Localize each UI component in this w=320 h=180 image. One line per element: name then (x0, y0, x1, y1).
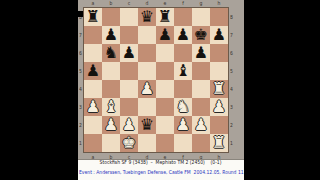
square-g1[interactable] (192, 134, 210, 152)
rank-label-6: 6 (78, 44, 83, 62)
square-a3[interactable]: ♟ (84, 98, 102, 116)
square-d5[interactable] (138, 62, 156, 80)
rank-label-4: 4 (78, 80, 83, 98)
square-f1[interactable] (174, 134, 192, 152)
file-label-h: h (210, 1, 228, 6)
piece-white-rook[interactable]: ♜ (212, 134, 226, 152)
square-h1[interactable]: ♜ (210, 134, 228, 152)
rank-label-6: 6 (229, 44, 234, 62)
square-f5[interactable]: ♝ (174, 62, 192, 80)
piece-white-pawn[interactable]: ♟ (86, 98, 100, 116)
square-d6[interactable] (138, 44, 156, 62)
rank-labels-right: 87654321 (229, 8, 234, 152)
square-c2[interactable]: ♟ (120, 116, 138, 134)
square-a4[interactable] (84, 80, 102, 98)
square-d3[interactable] (138, 98, 156, 116)
piece-black-pawn[interactable]: ♟ (158, 26, 172, 44)
piece-black-king[interactable]: ♚ (194, 26, 208, 44)
players-result-line: Stockfish SF 9 (3438) – Mephisto TM 2 (2… (78, 160, 243, 165)
square-c5[interactable] (120, 62, 138, 80)
square-b3[interactable]: ♝ (102, 98, 120, 116)
square-e4[interactable] (156, 80, 174, 98)
piece-white-pawn[interactable]: ♟ (140, 80, 154, 98)
chess-board: ♜♛♜♟♟♟♚♟♞♟♟♟♝♟♜♟♝♞♟♟♟♛♟♟♚♜ (84, 8, 228, 152)
square-g8[interactable] (192, 8, 210, 26)
square-g6[interactable]: ♟ (192, 44, 210, 62)
piece-white-pawn[interactable]: ♟ (104, 116, 118, 134)
square-g4[interactable] (192, 80, 210, 98)
square-h5[interactable] (210, 62, 228, 80)
chess-gui-window: abcdefgh 87654321 ♜♛♜♟♟♟♚♟♞♟♟♟♝♟♜♟♝♞♟♟♟♛… (78, 0, 244, 180)
square-f2[interactable]: ♟ (174, 116, 192, 134)
piece-white-pawn[interactable]: ♟ (212, 98, 226, 116)
piece-black-rook[interactable]: ♜ (86, 8, 100, 26)
square-f8[interactable] (174, 8, 192, 26)
square-f4[interactable] (174, 80, 192, 98)
square-g5[interactable] (192, 62, 210, 80)
square-h3[interactable]: ♟ (210, 98, 228, 116)
square-c8[interactable] (120, 8, 138, 26)
square-g3[interactable] (192, 98, 210, 116)
rank-labels-left: 87654321 (78, 8, 83, 152)
piece-white-bishop[interactable]: ♝ (104, 98, 118, 116)
rank-label-5: 5 (229, 62, 234, 80)
square-f6[interactable] (174, 44, 192, 62)
piece-black-pawn[interactable]: ♟ (194, 44, 208, 62)
square-e6[interactable] (156, 44, 174, 62)
piece-black-pawn[interactable]: ♟ (176, 26, 190, 44)
video-frame: abcdefgh 87654321 ♜♛♜♟♟♟♚♟♞♟♟♟♝♟♜♟♝♞♟♟♟♛… (0, 0, 320, 180)
piece-white-pawn[interactable]: ♟ (122, 116, 136, 134)
piece-black-queen[interactable]: ♛ (140, 116, 154, 134)
file-label-d: d (138, 1, 156, 6)
piece-white-rook[interactable]: ♜ (212, 80, 226, 98)
game-info-panel: Stockfish SF 9 (3438) – Mephisto TM 2 (2… (78, 159, 244, 180)
piece-black-pawn[interactable]: ♟ (86, 62, 100, 80)
square-h4[interactable]: ♜ (210, 80, 228, 98)
square-g7[interactable]: ♚ (192, 26, 210, 44)
piece-white-pawn[interactable]: ♟ (194, 116, 208, 134)
square-b4[interactable] (102, 80, 120, 98)
square-d8[interactable]: ♛ (138, 8, 156, 26)
square-b8[interactable] (102, 8, 120, 26)
square-b7[interactable]: ♟ (102, 26, 120, 44)
file-label-f: f (174, 1, 192, 6)
square-c1[interactable]: ♚ (120, 134, 138, 152)
piece-black-pawn[interactable]: ♟ (122, 44, 136, 62)
square-h7[interactable]: ♟ (210, 26, 228, 44)
square-d1[interactable] (138, 134, 156, 152)
rank-label-2: 2 (229, 116, 234, 134)
piece-black-queen[interactable]: ♛ (140, 8, 154, 26)
square-b2[interactable]: ♟ (102, 116, 120, 134)
file-label-c: c (120, 1, 138, 6)
rank-label-7: 7 (78, 26, 83, 44)
square-c4[interactable] (120, 80, 138, 98)
rank-label-1: 1 (78, 134, 83, 152)
square-d2[interactable]: ♛ (138, 116, 156, 134)
rank-label-3: 3 (78, 98, 83, 116)
square-f3[interactable]: ♞ (174, 98, 192, 116)
square-e3[interactable] (156, 98, 174, 116)
rank-label-5: 5 (78, 62, 83, 80)
file-label-b: b (102, 1, 120, 6)
square-e8[interactable]: ♜ (156, 8, 174, 26)
piece-black-pawn[interactable]: ♟ (104, 26, 118, 44)
square-b5[interactable] (102, 62, 120, 80)
rank-label-8: 8 (229, 8, 234, 26)
piece-black-pawn[interactable]: ♟ (212, 26, 226, 44)
piece-white-pawn[interactable]: ♟ (176, 116, 190, 134)
piece-black-bishop[interactable]: ♝ (176, 62, 190, 80)
square-e2[interactable] (156, 116, 174, 134)
square-c3[interactable] (120, 98, 138, 116)
rank-label-4: 4 (229, 80, 234, 98)
square-f7[interactable]: ♟ (174, 26, 192, 44)
file-label-a: a (84, 1, 102, 6)
piece-black-knight[interactable]: ♞ (104, 44, 118, 62)
square-a6[interactable] (84, 44, 102, 62)
piece-white-king[interactable]: ♚ (122, 134, 136, 152)
square-h6[interactable] (210, 44, 228, 62)
piece-white-knight[interactable]: ♞ (176, 98, 190, 116)
piece-black-rook[interactable]: ♜ (158, 8, 172, 26)
rank-label-2: 2 (78, 116, 83, 134)
square-b6[interactable]: ♞ (102, 44, 120, 62)
event-link-line[interactable]: Event : Anderssen, Tuebingen Defense, Ca… (78, 170, 244, 175)
square-b1[interactable] (102, 134, 120, 152)
square-d7[interactable] (138, 26, 156, 44)
square-a8[interactable]: ♜ (84, 8, 102, 26)
square-g2[interactable]: ♟ (192, 116, 210, 134)
square-a2[interactable] (84, 116, 102, 134)
square-e7[interactable]: ♟ (156, 26, 174, 44)
side-to-move-indicator (78, 11, 83, 17)
file-label-e: e (156, 1, 174, 6)
square-c6[interactable]: ♟ (120, 44, 138, 62)
square-a1[interactable] (84, 134, 102, 152)
square-h8[interactable] (210, 8, 228, 26)
file-labels-top: abcdefgh (84, 1, 228, 6)
rank-label-3: 3 (229, 98, 234, 116)
square-h2[interactable] (210, 116, 228, 134)
square-e1[interactable] (156, 134, 174, 152)
square-a7[interactable] (84, 26, 102, 44)
square-e5[interactable] (156, 62, 174, 80)
square-a5[interactable]: ♟ (84, 62, 102, 80)
square-d4[interactable]: ♟ (138, 80, 156, 98)
rank-label-7: 7 (229, 26, 234, 44)
file-label-g: g (192, 1, 210, 6)
square-c7[interactable] (120, 26, 138, 44)
rank-label-1: 1 (229, 134, 234, 152)
